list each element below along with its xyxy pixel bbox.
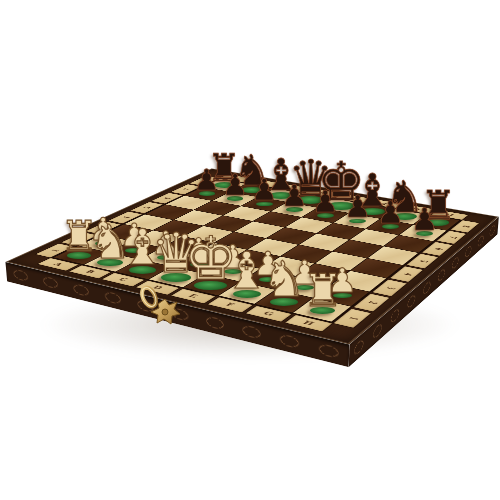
square-c1[interactable] — [116, 260, 171, 280]
square-f4[interactable] — [281, 245, 332, 263]
rank-label-left-2: 2 — [61, 232, 97, 245]
rank-label-right-1: 1 — [334, 309, 371, 328]
square-c2[interactable] — [140, 248, 193, 267]
rank-label-right-3: 3 — [372, 280, 406, 297]
file-label-a: A — [38, 258, 79, 271]
rank-label-right-6: 6 — [422, 242, 452, 256]
file-label-f: F — [208, 297, 253, 312]
file-label-b: B — [69, 265, 110, 278]
square-e1[interactable] — [183, 274, 239, 295]
file-label-g: G — [246, 306, 292, 322]
square-b2[interactable] — [109, 241, 161, 259]
square-f1[interactable] — [219, 282, 275, 304]
square-h2[interactable] — [314, 284, 369, 306]
square-d3[interactable] — [195, 243, 247, 261]
rank-label-right-5: 5 — [407, 254, 439, 269]
square-g2[interactable] — [276, 276, 331, 297]
square-h3[interactable] — [333, 271, 386, 292]
square-d2[interactable] — [173, 255, 226, 274]
chess-set-product-photo: ABCDEFGH ABCDEFGH 87654321 87654321 ♜♞♝♛… — [0, 0, 500, 500]
square-b1[interactable] — [85, 253, 139, 272]
square-h4[interactable] — [351, 258, 403, 277]
brass-clasp-icon — [138, 284, 186, 334]
square-h1[interactable] — [293, 298, 350, 321]
rank-label-right-4: 4 — [390, 266, 423, 282]
square-g4[interactable] — [315, 251, 366, 270]
square-a1[interactable] — [54, 246, 108, 264]
rank-label-right-2: 2 — [354, 294, 390, 312]
file-label-h: H — [285, 315, 332, 331]
square-h5[interactable] — [368, 246, 418, 264]
square-f2[interactable] — [241, 269, 295, 290]
square-g1[interactable] — [255, 290, 312, 313]
rank-label-left-1: 1 — [36, 244, 73, 258]
square-e4[interactable] — [248, 238, 298, 256]
square-e3[interactable] — [227, 250, 279, 269]
square-c3[interactable] — [163, 237, 214, 254]
square-e2[interactable] — [206, 262, 260, 282]
square-f3[interactable] — [261, 256, 314, 275]
square-g5[interactable] — [333, 240, 383, 258]
square-g3[interactable] — [296, 263, 349, 283]
